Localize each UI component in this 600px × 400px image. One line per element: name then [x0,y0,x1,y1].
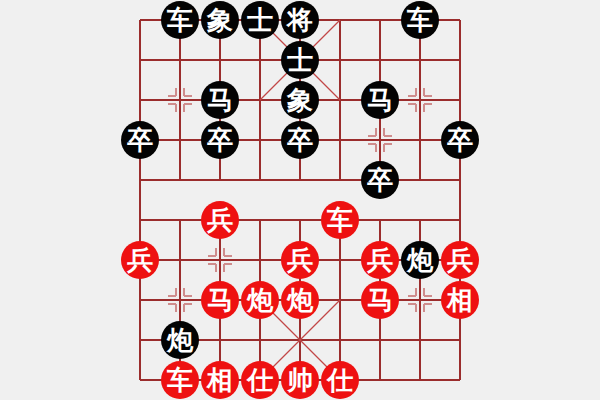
piece-red-cannon[interactable]: 炮 [281,281,319,319]
piece-black-soldier[interactable]: 卒 [441,121,479,159]
piece-red-general[interactable]: 帅 [281,361,319,399]
piece-black-advisor[interactable]: 士 [281,41,319,79]
piece-red-soldier[interactable]: 兵 [441,241,479,279]
piece-black-general[interactable]: 将 [281,1,319,39]
piece-red-soldier[interactable]: 兵 [361,241,399,279]
piece-black-elephant[interactable]: 象 [201,1,239,39]
piece-black-horse[interactable]: 马 [361,81,399,119]
piece-red-soldier[interactable]: 兵 [121,241,159,279]
piece-red-chariot[interactable]: 车 [161,361,199,399]
piece-black-advisor[interactable]: 士 [241,1,279,39]
piece-red-elephant[interactable]: 相 [441,281,479,319]
piece-red-horse[interactable]: 马 [201,281,239,319]
piece-red-cannon[interactable]: 炮 [241,281,279,319]
piece-red-soldier[interactable]: 兵 [281,241,319,279]
piece-black-soldier[interactable]: 卒 [121,121,159,159]
piece-red-advisor[interactable]: 仕 [241,361,279,399]
piece-black-cannon[interactable]: 炮 [161,321,199,359]
piece-red-soldier[interactable]: 兵 [201,201,239,239]
piece-black-chariot[interactable]: 车 [401,1,439,39]
piece-red-advisor[interactable]: 仕 [321,361,359,399]
piece-red-chariot[interactable]: 车 [321,201,359,239]
piece-black-soldier[interactable]: 卒 [201,121,239,159]
piece-black-cannon[interactable]: 炮 [401,241,439,279]
xiangqi-app: 车象士将车士马象马卒卒卒卒卒兵车兵兵兵炮兵马炮炮马相炮车相仕帅仕 [0,0,600,400]
piece-red-horse[interactable]: 马 [361,281,399,319]
piece-black-chariot[interactable]: 车 [161,1,199,39]
piece-black-soldier[interactable]: 卒 [361,161,399,199]
xiangqi-board: 车象士将车士马象马卒卒卒卒卒兵车兵兵兵炮兵马炮炮马相炮车相仕帅仕 [120,0,480,400]
piece-black-soldier[interactable]: 卒 [281,121,319,159]
piece-black-elephant[interactable]: 象 [281,81,319,119]
piece-black-horse[interactable]: 马 [201,81,239,119]
piece-red-elephant[interactable]: 相 [201,361,239,399]
